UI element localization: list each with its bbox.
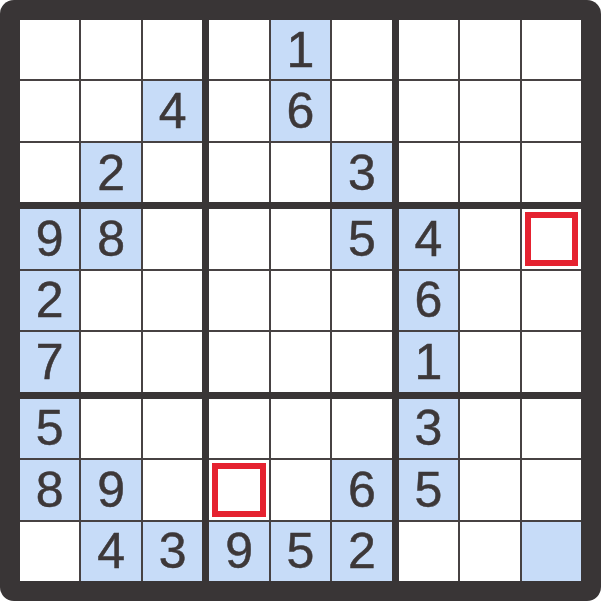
cell-r4c9[interactable]: [522, 209, 581, 268]
cell-r6c7[interactable]: 1: [399, 332, 458, 391]
cell-r9c4[interactable]: 9: [209, 522, 268, 581]
cell-r6c5[interactable]: [271, 332, 330, 391]
cell-r5c5[interactable]: [271, 271, 330, 330]
cell-r4c7[interactable]: 4: [399, 209, 458, 268]
digit: 1: [414, 337, 442, 387]
cell-r1c1[interactable]: [20, 20, 79, 79]
cell-r8c6[interactable]: 6: [332, 460, 391, 519]
cell-r9c9[interactable]: [522, 522, 581, 581]
cell-r4c4[interactable]: [209, 209, 268, 268]
cell-r4c8[interactable]: [460, 209, 519, 268]
cell-r3c9[interactable]: [522, 143, 581, 202]
digit: 4: [159, 86, 187, 136]
cell-r7c6[interactable]: [332, 399, 391, 458]
digit: 9: [36, 214, 64, 264]
box-separator-vertical: [392, 20, 399, 581]
cell-r5c4[interactable]: [209, 271, 268, 330]
cell-r1c6[interactable]: [332, 20, 391, 79]
cell-r8c3[interactable]: [143, 460, 202, 519]
digit: 8: [36, 465, 64, 515]
cell-r9c5[interactable]: 5: [271, 522, 330, 581]
cell-r1c4[interactable]: [209, 20, 268, 79]
cell-r7c5[interactable]: [271, 399, 330, 458]
digit: 6: [287, 86, 315, 136]
cell-r3c8[interactable]: [460, 143, 519, 202]
digit: 1: [287, 25, 315, 75]
cell-r6c1[interactable]: 7: [20, 332, 79, 391]
digit: 3: [348, 148, 376, 198]
digit: 4: [97, 526, 125, 576]
sudoku-board: 146239854267153896543952: [0, 0, 601, 601]
cell-r3c4[interactable]: [209, 143, 268, 202]
digit: 5: [287, 526, 315, 576]
cell-r8c8[interactable]: [460, 460, 519, 519]
cell-r6c8[interactable]: [460, 332, 519, 391]
cell-r9c2[interactable]: 4: [81, 522, 140, 581]
cell-r9c8[interactable]: [460, 522, 519, 581]
cell-r9c3[interactable]: 3: [143, 522, 202, 581]
digit: 4: [414, 214, 442, 264]
cell-r1c8[interactable]: [460, 20, 519, 79]
cell-r8c2[interactable]: 9: [81, 460, 140, 519]
cell-r6c4[interactable]: [209, 332, 268, 391]
cell-r3c5[interactable]: [271, 143, 330, 202]
box-separator-vertical: [202, 20, 209, 581]
cell-r6c3[interactable]: [143, 332, 202, 391]
cell-r1c9[interactable]: [522, 20, 581, 79]
cell-r2c4[interactable]: [209, 81, 268, 140]
digit: 3: [414, 403, 442, 453]
cell-r5c9[interactable]: [522, 271, 581, 330]
cell-r7c7[interactable]: 3: [399, 399, 458, 458]
cell-r5c3[interactable]: [143, 271, 202, 330]
cell-r5c1[interactable]: 2: [20, 271, 79, 330]
cell-r7c1[interactable]: 5: [20, 399, 79, 458]
cell-r9c1[interactable]: [20, 522, 79, 581]
digit: 6: [414, 275, 442, 325]
cell-r1c7[interactable]: [399, 20, 458, 79]
cell-r9c7[interactable]: [399, 522, 458, 581]
cell-r7c2[interactable]: [81, 399, 140, 458]
cell-r8c5[interactable]: [271, 460, 330, 519]
cell-r7c9[interactable]: [522, 399, 581, 458]
cell-r5c2[interactable]: [81, 271, 140, 330]
cell-r1c5[interactable]: 1: [271, 20, 330, 79]
cell-r2c6[interactable]: [332, 81, 391, 140]
digit: 5: [348, 214, 376, 264]
cell-r4c2[interactable]: 8: [81, 209, 140, 268]
cell-r5c8[interactable]: [460, 271, 519, 330]
cell-r6c9[interactable]: [522, 332, 581, 391]
cell-r2c2[interactable]: [81, 81, 140, 140]
cell-r2c5[interactable]: 6: [271, 81, 330, 140]
cell-r4c1[interactable]: 9: [20, 209, 79, 268]
digit: 3: [159, 526, 187, 576]
digit: 8: [97, 214, 125, 264]
sudoku-grid: 146239854267153896543952: [20, 20, 581, 581]
cell-r1c3[interactable]: [143, 20, 202, 79]
cell-r3c6[interactable]: 3: [332, 143, 391, 202]
cell-r5c7[interactable]: 6: [399, 271, 458, 330]
cell-r8c9[interactable]: [522, 460, 581, 519]
cell-r5c6[interactable]: [332, 271, 391, 330]
digit: 6: [348, 465, 376, 515]
cell-r3c1[interactable]: [20, 143, 79, 202]
digit: 9: [97, 465, 125, 515]
cell-r2c3[interactable]: 4: [143, 81, 202, 140]
cell-r7c3[interactable]: [143, 399, 202, 458]
cell-r2c9[interactable]: [522, 81, 581, 140]
digit: 2: [97, 148, 125, 198]
cell-r4c3[interactable]: [143, 209, 202, 268]
cell-r9c6[interactable]: 2: [332, 522, 391, 581]
box-separator-horizontal: [20, 202, 581, 209]
cell-r1c2[interactable]: [81, 20, 140, 79]
cell-r7c4[interactable]: [209, 399, 268, 458]
target-cell-outline: [525, 212, 578, 265]
digit: 5: [414, 465, 442, 515]
digit: 2: [348, 526, 376, 576]
cell-r3c2[interactable]: 2: [81, 143, 140, 202]
cell-r6c6[interactable]: [332, 332, 391, 391]
digit: 5: [36, 403, 64, 453]
cell-r3c7[interactable]: [399, 143, 458, 202]
cell-r3c3[interactable]: [143, 143, 202, 202]
cell-r7c8[interactable]: [460, 399, 519, 458]
cell-r2c8[interactable]: [460, 81, 519, 140]
cell-r4c5[interactable]: [271, 209, 330, 268]
cell-r8c7[interactable]: 5: [399, 460, 458, 519]
cell-r2c1[interactable]: [20, 81, 79, 140]
cell-r6c2[interactable]: [81, 332, 140, 391]
cell-r2c7[interactable]: [399, 81, 458, 140]
target-cell-outline: [212, 463, 265, 516]
digit: 7: [36, 337, 64, 387]
digit: 2: [36, 275, 64, 325]
box-separator-horizontal: [20, 392, 581, 399]
cell-r4c6[interactable]: 5: [332, 209, 391, 268]
cell-r8c4[interactable]: [209, 460, 268, 519]
digit: 9: [225, 526, 253, 576]
cell-r8c1[interactable]: 8: [20, 460, 79, 519]
